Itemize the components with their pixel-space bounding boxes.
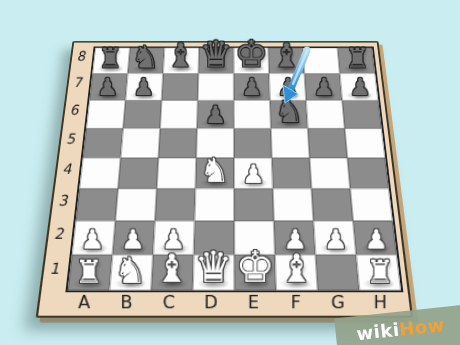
- white-rook-a1: ♜: [75, 257, 103, 289]
- square-b4: [118, 158, 158, 189]
- watermark-wiki-text: wiki: [355, 318, 400, 343]
- file-labels: ABCDEFGH: [63, 290, 402, 315]
- square-a2: ♟: [72, 221, 115, 255]
- square-d3: [195, 189, 235, 221]
- square-b8: ♞: [128, 48, 165, 74]
- square-d4: ♞: [195, 158, 234, 189]
- square-d7: [198, 74, 234, 101]
- square-g1: [315, 255, 359, 291]
- piece-shadow: [156, 278, 189, 289]
- piece-shadow: [157, 243, 189, 254]
- square-h8: ♜: [337, 48, 375, 74]
- square-f6: ♞: [270, 100, 308, 128]
- square-h4: [347, 158, 388, 189]
- piece-shadow: [201, 119, 230, 128]
- square-c6: [160, 100, 198, 128]
- piece-shadow: [199, 178, 230, 188]
- square-g7: ♟: [304, 74, 342, 101]
- square-g2: ♟: [313, 221, 356, 255]
- piece-shadow: [319, 243, 352, 254]
- piece-shadow: [117, 243, 150, 254]
- piece-shadow: [131, 65, 159, 73]
- piece-shadow: [273, 91, 302, 100]
- piece-shadow: [197, 278, 230, 289]
- file-label-D: D: [190, 292, 232, 313]
- piece-shadow: [274, 119, 303, 128]
- square-e6: [234, 100, 271, 128]
- file-label-G: G: [317, 292, 359, 313]
- piece-shadow: [114, 278, 148, 289]
- square-h5: [345, 128, 385, 157]
- square-f7: ♟: [269, 74, 306, 101]
- piece-shadow: [363, 278, 397, 289]
- square-c7: [162, 74, 199, 101]
- square-c3: [155, 189, 195, 221]
- file-label-H: H: [359, 292, 401, 313]
- piece-shadow: [239, 278, 272, 289]
- square-f1: ♝: [275, 255, 318, 291]
- file-label-A: A: [63, 292, 105, 313]
- square-a6: [86, 100, 125, 128]
- square-d2: [194, 221, 235, 255]
- square-f8: ♝: [268, 48, 304, 74]
- square-f4: [272, 158, 312, 189]
- square-f2: ♟: [274, 221, 316, 255]
- square-c5: [158, 128, 197, 157]
- square-c8: ♝: [163, 48, 199, 74]
- square-e8: ♚: [234, 48, 269, 74]
- square-g5: [308, 128, 348, 157]
- white-king-e1: ♚: [236, 245, 275, 289]
- square-g3: [311, 189, 353, 221]
- square-f3: [273, 189, 314, 221]
- square-g4: [310, 158, 351, 189]
- square-e5: [234, 128, 272, 157]
- square-h1: ♜: [356, 255, 401, 291]
- square-d6: ♟: [197, 100, 234, 128]
- square-a5: [83, 128, 123, 157]
- file-label-B: B: [105, 292, 147, 313]
- white-knight-d4: ♞: [200, 153, 230, 187]
- board-scene: 87654321 ♜♞♝♛♚♝♜♟♟♟♟♟♟♟♞♞♟♟♟♟♟♟♟♜♞♝♛♚♝♜ …: [0, 0, 460, 345]
- piece-shadow: [93, 91, 122, 100]
- square-d8: ♛: [198, 48, 233, 74]
- square-b2: ♟: [112, 221, 154, 255]
- piece-shadow: [343, 65, 372, 73]
- square-d1: ♛: [193, 255, 235, 291]
- square-f5: [271, 128, 310, 157]
- piece-shadow: [279, 243, 311, 254]
- file-label-F: F: [275, 292, 317, 313]
- piece-shadow: [96, 65, 125, 73]
- piece-shadow: [202, 65, 230, 73]
- square-b1: ♞: [109, 255, 153, 291]
- piece-shadow: [238, 91, 267, 100]
- piece-shadow: [237, 65, 265, 73]
- board-squares: ♜♞♝♛♚♝♜♟♟♟♟♟♟♟♞♞♟♟♟♟♟♟♟♜♞♝♛♚♝♜: [65, 47, 403, 293]
- illustration-canvas: 87654321 ♜♞♝♛♚♝♜♟♟♟♟♟♟♟♞♞♟♟♟♟♟♟♟♜♞♝♛♚♝♜ …: [0, 0, 460, 345]
- square-g6: [306, 100, 345, 128]
- piece-shadow: [238, 178, 269, 188]
- piece-shadow: [76, 243, 109, 254]
- white-rook-h1: ♜: [366, 257, 394, 289]
- square-h2: ♟: [353, 221, 397, 255]
- square-e2: [234, 221, 275, 255]
- square-e4: ♟: [234, 158, 273, 189]
- square-c4: [157, 158, 196, 189]
- piece-shadow: [272, 65, 300, 73]
- square-d5: [196, 128, 234, 157]
- square-h3: [350, 189, 393, 221]
- watermark-how-text: How: [398, 313, 446, 339]
- file-label-E: E: [232, 292, 274, 313]
- square-e7: ♟: [234, 74, 270, 101]
- piece-shadow: [280, 278, 313, 289]
- square-a8: ♜: [92, 48, 130, 74]
- square-h7: ♟: [340, 74, 379, 101]
- piece-shadow: [72, 278, 106, 289]
- piece-shadow: [309, 91, 338, 100]
- square-g8: [303, 48, 340, 74]
- square-e3: [234, 189, 274, 221]
- square-a1: ♜: [68, 255, 113, 291]
- square-b5: [121, 128, 160, 157]
- piece-shadow: [167, 65, 195, 73]
- piece-shadow: [359, 243, 392, 254]
- square-b6: [123, 100, 161, 128]
- square-b3: [115, 189, 156, 221]
- square-h6: [342, 100, 381, 128]
- piece-shadow: [129, 91, 158, 100]
- square-a3: [76, 189, 118, 221]
- board-frame: 87654321 ♜♞♝♛♚♝♜♟♟♟♟♟♟♟♞♞♟♟♟♟♟♟♟♜♞♝♛♚♝♜ …: [36, 41, 414, 317]
- square-e1: ♚: [234, 255, 276, 291]
- square-c2: ♟: [153, 221, 194, 255]
- rank-label-1: 1: [42, 248, 66, 289]
- square-a4: [79, 158, 120, 189]
- piece-shadow: [345, 91, 374, 100]
- square-c1: ♝: [151, 255, 194, 291]
- square-a7: ♟: [89, 74, 127, 101]
- square-b7: ♟: [125, 74, 163, 101]
- file-label-C: C: [148, 292, 190, 313]
